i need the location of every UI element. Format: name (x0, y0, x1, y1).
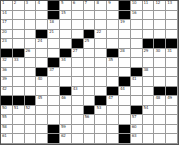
grid-cell[interactable] (154, 125, 166, 135)
grid-cell[interactable] (131, 58, 143, 68)
crossword-grid: 1234567891011121314151617181920212223242… (0, 0, 179, 145)
cell-number: 20 (2, 30, 7, 34)
grid-cell[interactable]: 53 (95, 106, 107, 116)
grid-cell[interactable]: 45 (36, 96, 48, 106)
grid-cell[interactable] (48, 96, 60, 106)
grid-cell[interactable] (119, 58, 131, 68)
cell-number: 34 (61, 58, 66, 62)
cell-number: 33 (14, 58, 19, 62)
grid-cell[interactable] (13, 125, 25, 135)
grid-cell[interactable]: 46 (60, 96, 72, 106)
grid-cell[interactable]: 55 (1, 115, 13, 125)
cell-number: 55 (2, 115, 7, 119)
black-cell (119, 134, 131, 144)
grid-cell[interactable]: 35 (107, 58, 119, 68)
grid-cell[interactable]: 56 (84, 115, 96, 125)
cell-number: 36 (2, 68, 7, 72)
grid-cell[interactable] (107, 20, 119, 30)
black-cell (119, 125, 131, 135)
black-cell (1, 96, 13, 106)
black-cell (60, 49, 72, 59)
grid-cell[interactable]: 7 (84, 1, 96, 11)
grid-cell[interactable]: 48 (154, 96, 166, 106)
crossword-page: 1234567891011121314151617181920212223242… (0, 0, 180, 150)
black-cell (1, 49, 13, 59)
grid-cell[interactable] (107, 125, 119, 135)
grid-cell[interactable]: 20 (1, 30, 13, 40)
grid-cell[interactable]: 17 (1, 20, 13, 30)
grid-cell[interactable] (84, 68, 96, 78)
cell-number: 40 (37, 77, 42, 81)
grid-cell[interactable]: 13 (166, 1, 178, 11)
black-cell (84, 30, 96, 40)
grid-cell[interactable] (107, 134, 119, 144)
cell-number: 24 (37, 39, 42, 43)
grid-cell[interactable]: 44 (119, 87, 131, 97)
black-cell (95, 96, 107, 106)
grid-cell[interactable] (25, 20, 37, 30)
grid-cell[interactable] (36, 134, 48, 144)
grid-cell[interactable] (131, 39, 143, 49)
grid-cell[interactable] (119, 96, 131, 106)
grid-cell[interactable]: 27 (72, 49, 84, 59)
grid-cell[interactable] (13, 77, 25, 87)
black-cell (48, 58, 60, 68)
cell-number: 28 (120, 49, 125, 53)
grid-cell[interactable] (84, 125, 96, 135)
black-cell (36, 68, 48, 78)
grid-cell[interactable]: 24 (36, 39, 48, 49)
grid-cell[interactable] (119, 106, 131, 116)
cell-number: 37 (49, 68, 54, 72)
grid-cell[interactable] (107, 77, 119, 87)
grid-cell[interactable]: 62 (60, 134, 72, 144)
grid-cell[interactable] (143, 115, 155, 125)
black-cell (48, 1, 60, 11)
grid-cell[interactable] (25, 58, 37, 68)
grid-cell[interactable] (154, 68, 166, 78)
black-cell (107, 49, 119, 59)
grid-cell[interactable] (107, 115, 119, 125)
grid-cell[interactable]: 21 (48, 30, 60, 40)
cell-number: 56 (85, 115, 90, 119)
grid-cell[interactable] (60, 106, 72, 116)
black-cell (36, 30, 48, 40)
cell-number: 51 (14, 106, 19, 110)
grid-cell[interactable] (72, 125, 84, 135)
grid-cell[interactable] (166, 20, 178, 30)
cell-number: 52 (26, 106, 31, 110)
grid-cell[interactable] (95, 58, 107, 68)
grid-cell[interactable]: 2 (13, 1, 25, 11)
cell-number: 63 (132, 134, 137, 138)
grid-cell[interactable] (25, 77, 37, 87)
grid-cell[interactable]: 5 (60, 1, 72, 11)
grid-cell[interactable] (72, 58, 84, 68)
grid-cell[interactable] (13, 115, 25, 125)
grid-cell[interactable] (95, 68, 107, 78)
cell-number: 25 (85, 39, 90, 43)
cell-number: 13 (167, 1, 172, 5)
grid-cell[interactable] (36, 125, 48, 135)
grid-cell[interactable] (154, 30, 166, 40)
grid-cell[interactable]: 16 (131, 11, 143, 21)
cell-number: 9 (108, 1, 110, 5)
cell-number: 30 (155, 49, 160, 53)
grid-cell[interactable] (107, 68, 119, 78)
grid-cell[interactable] (107, 30, 119, 40)
grid-cell[interactable] (84, 96, 96, 106)
black-cell (48, 134, 60, 144)
cell-number: 57 (132, 115, 137, 119)
grid-cell[interactable] (154, 20, 166, 30)
grid-cell[interactable]: 23 (1, 39, 13, 49)
grid-cell[interactable]: 11 (143, 1, 155, 11)
grid-cell[interactable] (72, 68, 84, 78)
grid-cell[interactable] (36, 49, 48, 59)
grid-cell[interactable] (13, 20, 25, 30)
black-cell (143, 39, 155, 49)
grid-cell[interactable]: 40 (36, 77, 48, 87)
grid-cell[interactable]: 31 (166, 49, 178, 59)
grid-cell[interactable] (119, 68, 131, 78)
grid-cell[interactable] (95, 87, 107, 97)
grid-cell[interactable]: 25 (84, 39, 96, 49)
grid-cell[interactable] (60, 20, 72, 30)
grid-cell[interactable]: 28 (119, 49, 131, 59)
cell-number: 7 (85, 1, 87, 5)
grid-cell[interactable]: 26 (25, 49, 37, 59)
grid-cell[interactable] (60, 30, 72, 40)
grid-cell[interactable] (95, 49, 107, 59)
cell-number: 11 (144, 1, 149, 5)
grid-cell[interactable]: 18 (48, 20, 60, 30)
cell-number: 8 (96, 1, 98, 5)
grid-cell[interactable] (119, 30, 131, 40)
grid-cell[interactable] (119, 39, 131, 49)
grid-cell[interactable] (166, 134, 178, 144)
grid-cell[interactable] (72, 96, 84, 106)
grid-cell[interactable] (84, 49, 96, 59)
cell-number: 6 (73, 1, 75, 5)
cell-number: 39 (2, 77, 7, 81)
grid-cell[interactable] (107, 39, 119, 49)
cell-number: 23 (2, 39, 7, 43)
cell-number: 15 (61, 11, 66, 15)
black-cell (25, 96, 37, 106)
black-cell (119, 1, 131, 11)
grid-cell[interactable]: 54 (143, 106, 155, 116)
grid-cell[interactable] (166, 115, 178, 125)
black-cell (13, 49, 25, 59)
cell-number: 43 (73, 87, 78, 91)
cell-number: 5 (61, 1, 63, 5)
black-cell (84, 106, 96, 116)
cell-number: 21 (49, 30, 54, 34)
grid-cell[interactable]: 47 (107, 96, 119, 106)
black-cell (48, 125, 60, 135)
grid-cell[interactable] (60, 115, 72, 125)
black-cell (131, 106, 143, 116)
black-cell (154, 87, 166, 97)
grid-cell[interactable] (13, 11, 25, 21)
grid-cell[interactable]: 49 (166, 96, 178, 106)
grid-cell[interactable] (84, 77, 96, 87)
black-cell (48, 11, 60, 21)
grid-cell[interactable]: 12 (154, 1, 166, 11)
grid-cell[interactable]: 30 (154, 49, 166, 59)
cell-number: 49 (167, 96, 172, 100)
grid-cell[interactable] (25, 125, 37, 135)
grid-cell[interactable] (25, 87, 37, 97)
grid-cell[interactable] (95, 115, 107, 125)
grid-cell[interactable]: 10 (131, 1, 143, 11)
grid-cell[interactable] (25, 134, 37, 144)
grid-cell[interactable] (119, 115, 131, 125)
grid-cell[interactable]: 34 (60, 58, 72, 68)
grid-cell[interactable]: 51 (13, 106, 25, 116)
grid-cell[interactable]: 14 (1, 11, 13, 21)
grid-cell[interactable]: 52 (25, 106, 37, 116)
grid-cell[interactable] (72, 20, 84, 30)
grid-cell[interactable]: 4 (36, 1, 48, 11)
cell-number: 46 (61, 96, 66, 100)
grid-cell[interactable] (25, 30, 37, 40)
grid-cell[interactable] (131, 20, 143, 30)
grid-cell[interactable] (13, 30, 25, 40)
grid-cell[interactable] (95, 125, 107, 135)
grid-cell[interactable] (143, 134, 155, 144)
grid-cell[interactable]: 36 (1, 68, 13, 78)
grid-cell[interactable] (36, 106, 48, 116)
cell-number: 35 (108, 58, 113, 62)
grid-cell[interactable] (95, 39, 107, 49)
grid-cell[interactable]: 63 (131, 134, 143, 144)
grid-cell[interactable] (131, 49, 143, 59)
cell-number: 12 (155, 1, 160, 5)
grid-cell[interactable]: 39 (1, 77, 13, 87)
cell-number: 44 (120, 87, 125, 91)
cell-number: 61 (2, 134, 7, 138)
cell-number: 38 (144, 68, 149, 72)
grid-cell[interactable]: 43 (72, 87, 84, 97)
cell-number: 42 (2, 87, 7, 91)
grid-cell[interactable] (84, 87, 96, 97)
grid-cell[interactable] (72, 106, 84, 116)
grid-cell[interactable] (154, 77, 166, 87)
cell-number: 41 (132, 77, 137, 81)
grid-cell[interactable] (154, 134, 166, 144)
grid-cell[interactable] (154, 11, 166, 21)
grid-cell[interactable] (13, 68, 25, 78)
black-cell (72, 39, 84, 49)
grid-cell[interactable]: 61 (1, 134, 13, 144)
grid-cell[interactable]: 42 (1, 87, 13, 97)
grid-cell[interactable] (72, 30, 84, 40)
cell-number: 1 (2, 1, 4, 5)
cell-number: 22 (96, 30, 101, 34)
grid-cell[interactable]: 38 (143, 68, 155, 78)
grid-cell[interactable] (95, 11, 107, 21)
grid-cell[interactable] (166, 125, 178, 135)
grid-cell[interactable]: 1 (1, 1, 13, 11)
grid-cell[interactable] (143, 11, 155, 21)
grid-cell[interactable] (166, 68, 178, 78)
grid-cell[interactable]: 58 (1, 125, 13, 135)
cell-number: 27 (73, 49, 78, 53)
black-cell (119, 77, 131, 87)
grid-cell[interactable] (131, 30, 143, 40)
grid-cell[interactable] (131, 87, 143, 97)
cell-number: 58 (2, 125, 7, 129)
grid-cell[interactable]: 22 (95, 30, 107, 40)
black-cell (13, 96, 25, 106)
grid-cell[interactable] (25, 39, 37, 49)
cell-number: 47 (108, 96, 113, 100)
grid-cell[interactable] (131, 96, 143, 106)
grid-cell[interactable] (95, 20, 107, 30)
grid-cell[interactable]: 41 (131, 77, 143, 87)
grid-cell[interactable]: 32 (1, 58, 13, 68)
cell-number: 31 (167, 49, 172, 53)
grid-cell[interactable] (36, 115, 48, 125)
grid-cell[interactable] (143, 77, 155, 87)
black-cell (119, 11, 131, 21)
cell-number: 19 (120, 20, 125, 24)
grid-cell[interactable] (154, 106, 166, 116)
grid-cell[interactable] (60, 77, 72, 87)
grid-cell[interactable] (72, 115, 84, 125)
cell-number: 53 (96, 106, 101, 110)
grid-cell[interactable] (107, 11, 119, 21)
grid-cell[interactable] (84, 11, 96, 21)
grid-cell[interactable] (25, 115, 37, 125)
grid-cell[interactable]: 57 (131, 115, 143, 125)
cell-number: 2 (14, 1, 16, 5)
grid-cell[interactable] (166, 30, 178, 40)
cell-number: 14 (2, 11, 7, 15)
grid-cell[interactable] (166, 58, 178, 68)
cell-number: 48 (155, 96, 160, 100)
grid-cell[interactable] (36, 11, 48, 21)
grid-cell[interactable]: 37 (48, 68, 60, 78)
grid-cell[interactable]: 60 (131, 125, 143, 135)
cell-number: 18 (49, 20, 54, 24)
black-cell (60, 87, 72, 97)
black-cell (131, 68, 143, 78)
grid-cell[interactable] (166, 77, 178, 87)
grid-cell[interactable]: 59 (60, 125, 72, 135)
grid-cell[interactable]: 8 (95, 1, 107, 11)
cell-number: 59 (61, 125, 66, 129)
grid-cell[interactable] (25, 68, 37, 78)
grid-cell[interactable] (72, 11, 84, 21)
grid-cell[interactable] (36, 87, 48, 97)
grid-cell[interactable] (48, 115, 60, 125)
grid-cell[interactable] (143, 30, 155, 40)
grid-cell[interactable] (154, 115, 166, 125)
grid-cell[interactable] (72, 134, 84, 144)
grid-cell[interactable] (25, 11, 37, 21)
grid-cell[interactable] (60, 39, 72, 49)
cell-number: 60 (132, 125, 137, 129)
cell-number: 54 (144, 106, 149, 110)
cell-number: 32 (2, 58, 7, 62)
cell-number: 50 (2, 106, 7, 110)
grid-cell[interactable] (84, 20, 96, 30)
grid-cell[interactable] (166, 11, 178, 21)
grid-cell[interactable] (107, 106, 119, 116)
grid-cell[interactable] (36, 20, 48, 30)
cell-number: 62 (61, 134, 66, 138)
grid-cell[interactable] (95, 77, 107, 87)
cell-number: 45 (37, 96, 42, 100)
cell-number: 29 (144, 49, 149, 53)
grid-cell[interactable] (143, 20, 155, 30)
grid-cell[interactable]: 50 (1, 106, 13, 116)
grid-cell[interactable] (84, 134, 96, 144)
cell-number: 16 (132, 11, 137, 15)
cell-number: 3 (26, 1, 28, 5)
grid-cell[interactable]: 3 (25, 1, 37, 11)
grid-cell[interactable] (84, 58, 96, 68)
grid-cell[interactable] (13, 87, 25, 97)
grid-cell[interactable] (13, 134, 25, 144)
grid-cell[interactable] (154, 58, 166, 68)
black-cell (166, 39, 178, 49)
grid-cell[interactable]: 9 (107, 1, 119, 11)
grid-cell[interactable] (48, 106, 60, 116)
cell-number: 4 (37, 1, 39, 5)
grid-cell[interactable] (143, 87, 155, 97)
cell-number: 26 (26, 49, 31, 53)
grid-cell[interactable] (36, 58, 48, 68)
cell-number: 10 (132, 1, 137, 5)
grid-cell[interactable] (166, 106, 178, 116)
grid-cell[interactable]: 15 (60, 11, 72, 21)
grid-cell[interactable] (60, 68, 72, 78)
cell-number: 17 (2, 20, 7, 24)
grid-cell[interactable] (95, 134, 107, 144)
grid-cell[interactable] (48, 39, 60, 49)
grid-cell[interactable] (72, 77, 84, 87)
grid-cell[interactable]: 19 (119, 20, 131, 30)
black-cell (166, 87, 178, 97)
grid-cell[interactable] (143, 125, 155, 135)
grid-cell[interactable] (13, 39, 25, 49)
black-cell (107, 87, 119, 97)
grid-cell[interactable] (48, 77, 60, 87)
grid-cell[interactable] (48, 49, 60, 59)
black-cell (154, 39, 166, 49)
grid-cell[interactable] (143, 96, 155, 106)
grid-cell[interactable]: 6 (72, 1, 84, 11)
grid-cell[interactable]: 33 (13, 58, 25, 68)
grid-cell[interactable] (48, 87, 60, 97)
grid-cell[interactable]: 29 (143, 49, 155, 59)
grid-cell[interactable] (143, 58, 155, 68)
